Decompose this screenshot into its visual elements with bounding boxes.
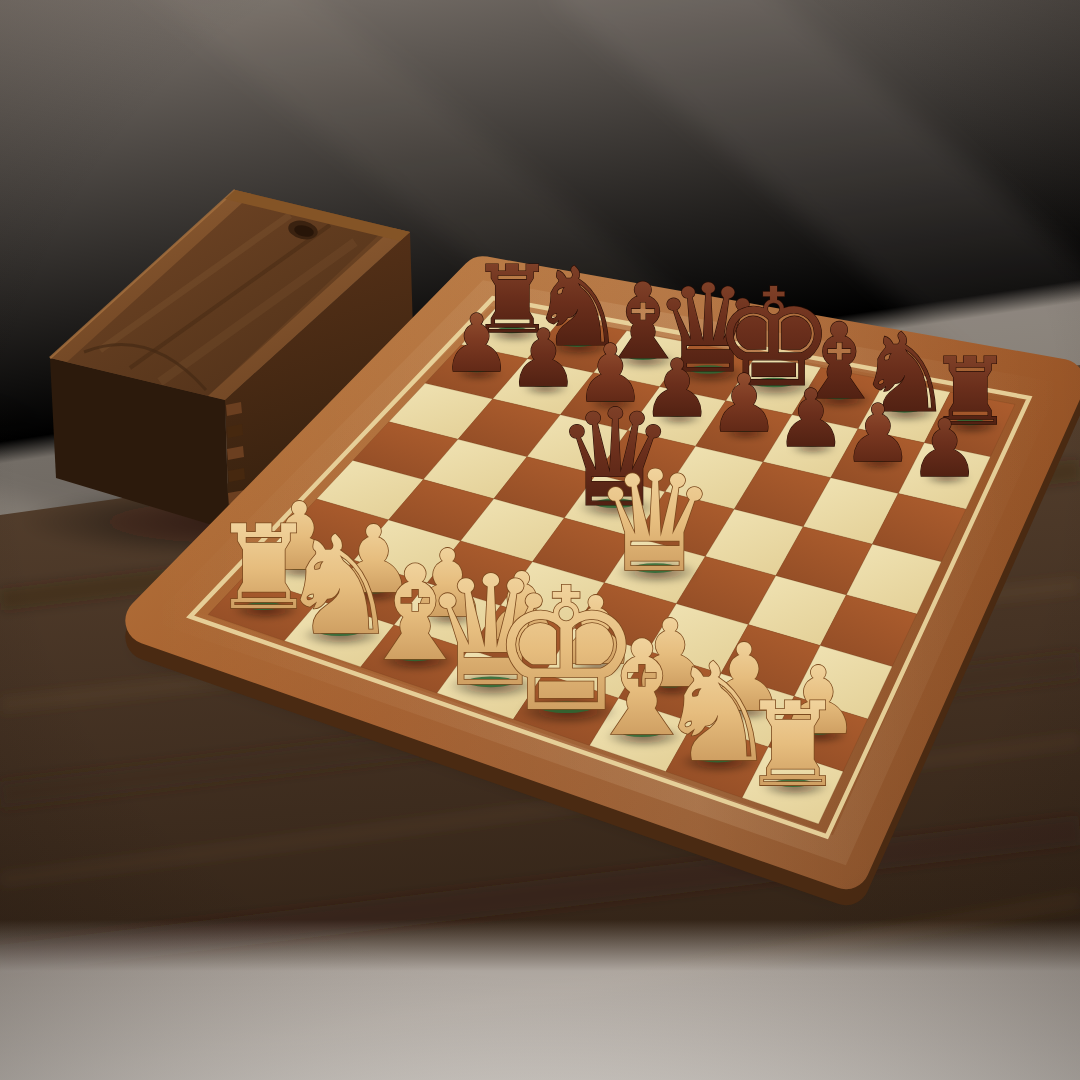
vignette-overlay: [0, 0, 1080, 1080]
product-photo-scene: ♜♞♝♛♟♚♟♝♟♞♟♜♟♟♟♟♛♟♛♟♜♟♞♟♝♟♛♟♚♟♟♝♞♜: [0, 0, 1080, 1080]
chess-set-photo: ♜♞♝♛♟♚♟♝♟♞♟♜♟♟♟♟♛♟♛♟♜♟♞♟♝♟♛♟♚♟♟♝♞♜: [0, 0, 1080, 1080]
